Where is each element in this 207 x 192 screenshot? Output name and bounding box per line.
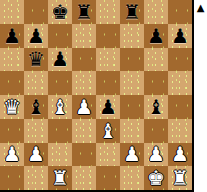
square-g4[interactable]: ♝ — [144, 95, 168, 119]
square-d1[interactable] — [72, 166, 96, 190]
move-indicator-icon: ▲ — [197, 1, 205, 14]
square-h1[interactable]: ♜ — [168, 166, 192, 190]
chess-board: ♚♜♜♟♟♟♟♛♟♛♝♝♟♟♝♝♟♟♟♟♟♜♚♜ — [0, 0, 194, 192]
black-bishop-piece: ♝ — [24, 95, 48, 119]
white-pawn-piece: ♟ — [120, 143, 144, 167]
white-rook-piece: ♜ — [48, 166, 72, 190]
side-panel: ▲ — [194, 0, 207, 192]
square-d4[interactable]: ♟ — [72, 95, 96, 119]
black-king-piece: ♚ — [48, 0, 72, 24]
square-f2[interactable]: ♟ — [120, 143, 144, 167]
square-c1[interactable]: ♜ — [48, 166, 72, 190]
square-b7[interactable]: ♟ — [24, 24, 48, 48]
white-queen-piece: ♛ — [0, 95, 24, 119]
black-pawn-piece: ♟ — [0, 24, 24, 48]
black-pawn-piece: ♟ — [144, 24, 168, 48]
square-e6[interactable] — [96, 48, 120, 72]
square-e7[interactable] — [96, 24, 120, 48]
square-h2[interactable]: ♟ — [168, 143, 192, 167]
square-a3[interactable] — [0, 119, 24, 143]
chess-app: ♚♜♜♟♟♟♟♛♟♛♝♝♟♟♝♝♟♟♟♟♟♜♚♜ ▲ — [0, 0, 207, 192]
square-c6[interactable]: ♟ — [48, 48, 72, 72]
square-b6[interactable]: ♛ — [24, 48, 48, 72]
white-bishop-piece: ♝ — [48, 95, 72, 119]
black-queen-piece: ♛ — [24, 48, 48, 72]
square-f4[interactable] — [120, 95, 144, 119]
white-pawn-piece: ♟ — [24, 143, 48, 167]
black-pawn-piece: ♟ — [24, 24, 48, 48]
square-g2[interactable]: ♟ — [144, 143, 168, 167]
square-h6[interactable] — [168, 48, 192, 72]
square-c3[interactable] — [48, 119, 72, 143]
square-b4[interactable]: ♝ — [24, 95, 48, 119]
square-f3[interactable] — [120, 119, 144, 143]
square-d8[interactable]: ♜ — [72, 0, 96, 24]
square-b5[interactable] — [24, 71, 48, 95]
square-f7[interactable] — [120, 24, 144, 48]
square-a8[interactable] — [0, 0, 24, 24]
square-d6[interactable] — [72, 48, 96, 72]
white-pawn-piece: ♟ — [72, 95, 96, 119]
square-f1[interactable] — [120, 166, 144, 190]
square-h7[interactable]: ♟ — [168, 24, 192, 48]
square-c2[interactable] — [48, 143, 72, 167]
square-g3[interactable] — [144, 119, 168, 143]
square-h4[interactable] — [168, 95, 192, 119]
square-f8[interactable]: ♜ — [120, 0, 144, 24]
square-e2[interactable] — [96, 143, 120, 167]
square-b8[interactable] — [24, 0, 48, 24]
square-d7[interactable] — [72, 24, 96, 48]
square-e4[interactable]: ♟ — [96, 95, 120, 119]
white-rook-piece: ♜ — [168, 166, 192, 190]
square-g1[interactable]: ♚ — [144, 166, 168, 190]
white-pawn-piece: ♟ — [168, 143, 192, 167]
square-h3[interactable] — [168, 119, 192, 143]
square-e1[interactable] — [96, 166, 120, 190]
square-c8[interactable]: ♚ — [48, 0, 72, 24]
square-d3[interactable] — [72, 119, 96, 143]
square-f5[interactable] — [120, 71, 144, 95]
square-a6[interactable] — [0, 48, 24, 72]
square-g7[interactable]: ♟ — [144, 24, 168, 48]
square-c5[interactable] — [48, 71, 72, 95]
square-b1[interactable] — [24, 166, 48, 190]
black-rook-piece: ♜ — [72, 0, 96, 24]
square-g5[interactable] — [144, 71, 168, 95]
square-g8[interactable] — [144, 0, 168, 24]
black-bishop-piece: ♝ — [144, 95, 168, 119]
square-c7[interactable] — [48, 24, 72, 48]
square-e8[interactable] — [96, 0, 120, 24]
square-a2[interactable]: ♟ — [0, 143, 24, 167]
square-h8[interactable] — [168, 0, 192, 24]
square-a7[interactable]: ♟ — [0, 24, 24, 48]
square-c4[interactable]: ♝ — [48, 95, 72, 119]
square-d5[interactable] — [72, 71, 96, 95]
square-b2[interactable]: ♟ — [24, 143, 48, 167]
black-pawn-piece: ♟ — [48, 48, 72, 72]
square-g6[interactable] — [144, 48, 168, 72]
square-h5[interactable] — [168, 71, 192, 95]
white-bishop-piece: ♝ — [96, 119, 120, 143]
white-pawn-piece: ♟ — [144, 143, 168, 167]
black-pawn-piece: ♟ — [96, 95, 120, 119]
square-a4[interactable]: ♛ — [0, 95, 24, 119]
square-b3[interactable] — [24, 119, 48, 143]
black-rook-piece: ♜ — [120, 0, 144, 24]
square-e3[interactable]: ♝ — [96, 119, 120, 143]
square-f6[interactable] — [120, 48, 144, 72]
white-pawn-piece: ♟ — [0, 143, 24, 167]
white-king-piece: ♚ — [144, 166, 168, 190]
square-d2[interactable] — [72, 143, 96, 167]
square-e5[interactable] — [96, 71, 120, 95]
black-pawn-piece: ♟ — [168, 24, 192, 48]
square-a1[interactable] — [0, 166, 24, 190]
square-a5[interactable] — [0, 71, 24, 95]
